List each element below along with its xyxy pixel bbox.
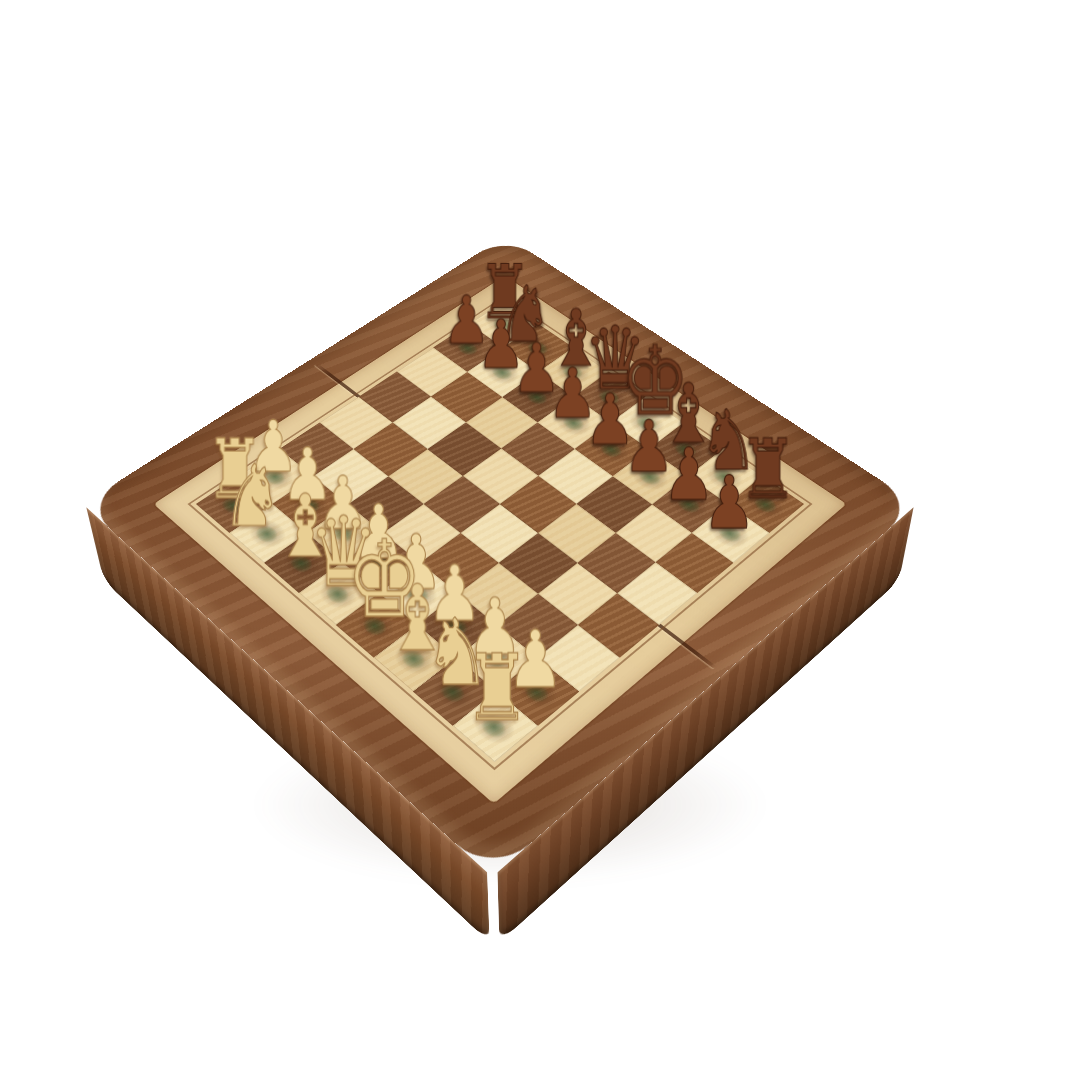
piece-black-pawn-h7[interactable]: ♟ <box>703 468 747 538</box>
piece-black-pawn-f7[interactable]: ♟ <box>623 413 665 481</box>
piece-black-pawn-d7[interactable]: ♟ <box>548 361 589 427</box>
piece-black-pawn-b7[interactable]: ♟ <box>477 312 517 376</box>
scene: ♜♞♝♛♚♝♞♜♟♟♟♟♟♟♟♟♟♟♟♟♟♟♟♟♜♞♝♛♚♝♞♜ <box>0 0 1080 1080</box>
piece-black-pawn-e7[interactable]: ♟ <box>585 387 627 454</box>
piece-black-pawn-g7[interactable]: ♟ <box>662 440 705 509</box>
piece-white-rook-h1[interactable]: ♜ <box>464 645 512 732</box>
chess-set-photo: ♜♞♝♛♚♝♞♜♟♟♟♟♟♟♟♟♟♟♟♟♟♟♟♟♜♞♝♛♚♝♞♜ <box>0 0 1080 1080</box>
chess-box: ♜♞♝♛♚♝♞♜♟♟♟♟♟♟♟♟♟♟♟♟♟♟♟♟♜♞♝♛♚♝♞♜ <box>83 236 917 877</box>
piece-black-pawn-c7[interactable]: ♟ <box>512 336 553 401</box>
